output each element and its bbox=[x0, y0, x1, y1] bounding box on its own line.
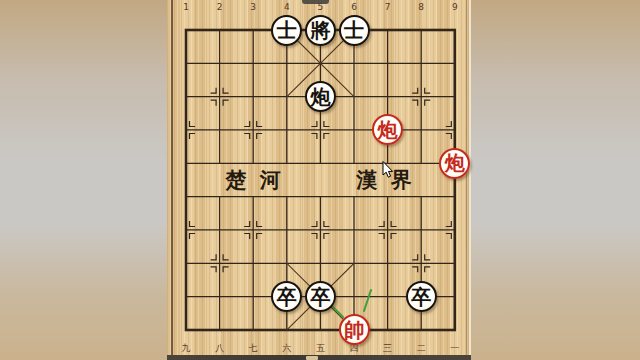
file-number-bottom: 三 bbox=[383, 341, 392, 354]
file-number-top: 4 bbox=[284, 2, 290, 12]
screen: { "game": "xiangqi", "position": { "fen"… bbox=[0, 0, 640, 360]
xiangqi-board-panel[interactable]: 123456789 九八七六五四三二一 楚 河 漢 界 士將士炮炮炮卒卒卒帥 bbox=[167, 0, 471, 360]
file-number-top: 8 bbox=[418, 2, 424, 12]
cropped-overlay-bottom-mark bbox=[306, 356, 318, 360]
piece-black-advisor[interactable]: 士 bbox=[339, 15, 370, 46]
file-number-bottom: 八 bbox=[215, 341, 224, 354]
piece-red-cannon[interactable]: 炮 bbox=[439, 148, 470, 179]
river-text-left: 楚 河 bbox=[225, 166, 284, 194]
file-number-top: 7 bbox=[385, 2, 391, 12]
file-number-bottom: 一 bbox=[450, 341, 459, 354]
piece-black-general[interactable]: 將 bbox=[305, 15, 336, 46]
file-number-top: 6 bbox=[351, 2, 357, 12]
piece-black-soldier[interactable]: 卒 bbox=[406, 281, 437, 312]
file-number-top: 1 bbox=[183, 2, 189, 12]
cropped-overlay-top bbox=[302, 0, 329, 4]
piece-black-soldier[interactable]: 卒 bbox=[305, 281, 336, 312]
file-number-top: 3 bbox=[250, 2, 256, 12]
file-number-bottom: 二 bbox=[417, 341, 426, 354]
file-number-bottom: 五 bbox=[316, 341, 325, 354]
piece-black-advisor[interactable]: 士 bbox=[271, 15, 302, 46]
file-number-top: 2 bbox=[217, 2, 223, 12]
cropped-overlay-bottom bbox=[167, 355, 471, 360]
file-number-top: 9 bbox=[452, 2, 458, 12]
piece-black-cannon[interactable]: 炮 bbox=[305, 81, 336, 112]
file-number-bottom: 六 bbox=[282, 341, 291, 354]
file-number-bottom: 九 bbox=[182, 341, 191, 354]
file-number-bottom: 七 bbox=[249, 341, 258, 354]
piece-red-general[interactable]: 帥 bbox=[339, 314, 370, 345]
mouse-cursor-icon bbox=[382, 161, 394, 179]
